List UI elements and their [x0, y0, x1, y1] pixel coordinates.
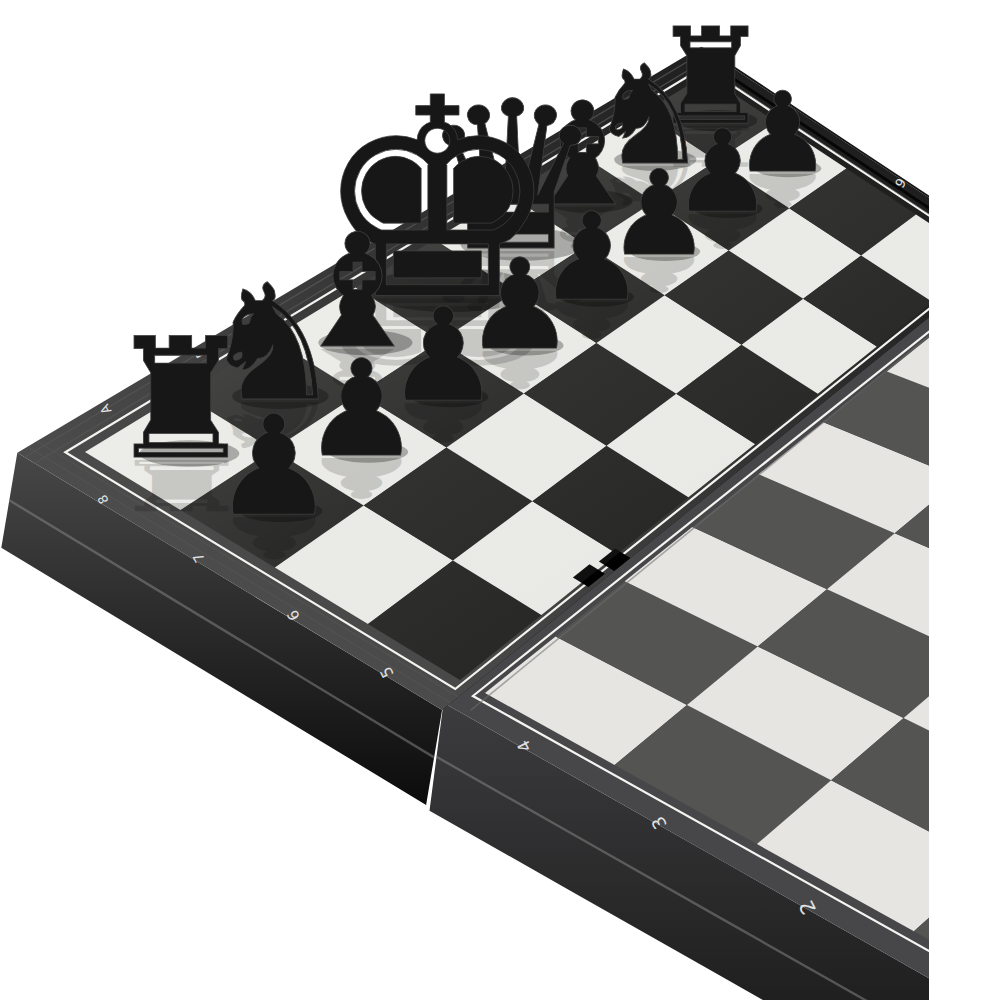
black-pawn-glyph: ♟	[212, 386, 336, 547]
product-photo-scene: AB87654326♜♜♞♞♟♟♝♝♟♟♛♛♟♟♚♚♟♟♝♝♟♟♞♞♟♟♟♟♜♜…	[0, 0, 1000, 1000]
piece-a7[interactable]: ♟♟	[212, 386, 336, 571]
chess-board-photo: AB87654326♜♜♞♞♟♟♝♝♟♟♛♛♟♟♚♚♟♟♝♝♟♟♞♞♟♟♟♟♜♜…	[0, 0, 1000, 1000]
